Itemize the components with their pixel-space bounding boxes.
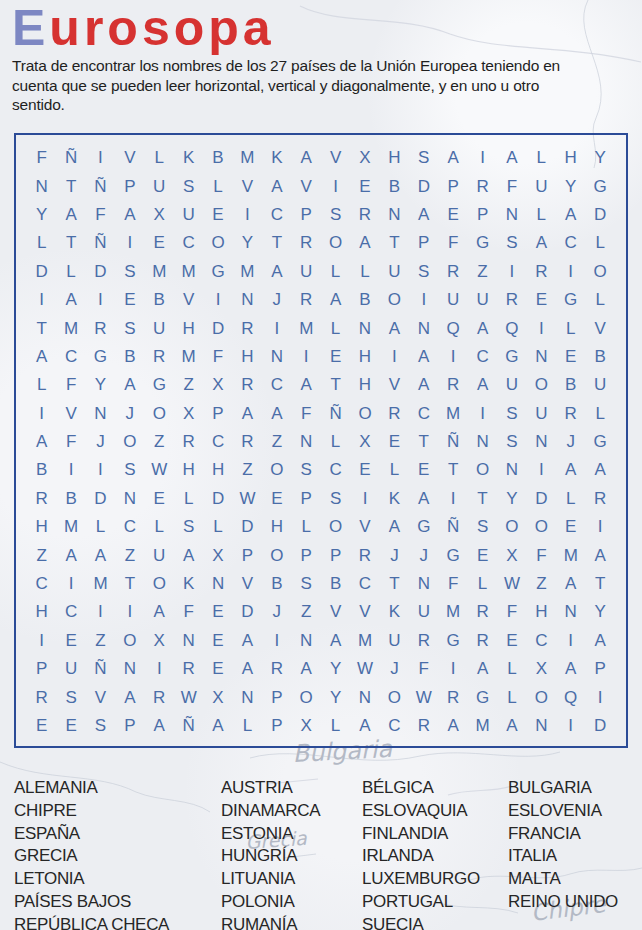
- grid-cell[interactable]: Y: [585, 144, 614, 172]
- grid-cell[interactable]: E: [145, 485, 174, 513]
- grid-cell[interactable]: S: [174, 513, 203, 541]
- grid-cell[interactable]: B: [380, 172, 409, 200]
- grid-cell[interactable]: U: [145, 314, 174, 342]
- grid-cell[interactable]: P: [585, 655, 614, 683]
- grid-cell[interactable]: B: [321, 570, 350, 598]
- grid-cell[interactable]: A: [468, 655, 497, 683]
- grid-cell[interactable]: R: [174, 655, 203, 683]
- grid-cell[interactable]: M: [174, 343, 203, 371]
- grid-cell[interactable]: S: [86, 712, 115, 740]
- grid-cell[interactable]: E: [203, 598, 232, 626]
- grid-cell[interactable]: H: [233, 343, 262, 371]
- grid-cell[interactable]: M: [86, 570, 115, 598]
- grid-cell[interactable]: I: [86, 598, 115, 626]
- grid-cell[interactable]: R: [409, 712, 438, 740]
- grid-cell[interactable]: H: [527, 598, 556, 626]
- grid-cell[interactable]: O: [527, 371, 556, 399]
- grid-cell[interactable]: Z: [115, 541, 144, 569]
- grid-cell[interactable]: A: [56, 286, 85, 314]
- grid-cell[interactable]: A: [380, 314, 409, 342]
- grid-cell[interactable]: H: [556, 144, 585, 172]
- grid-cell[interactable]: X: [203, 683, 232, 711]
- grid-cell[interactable]: J: [262, 598, 291, 626]
- grid-cell[interactable]: N: [468, 428, 497, 456]
- grid-cell[interactable]: R: [556, 400, 585, 428]
- grid-cell[interactable]: A: [468, 371, 497, 399]
- grid-cell[interactable]: A: [438, 712, 467, 740]
- grid-cell[interactable]: S: [497, 428, 526, 456]
- grid-cell[interactable]: W: [409, 683, 438, 711]
- grid-cell[interactable]: R: [438, 258, 467, 286]
- grid-cell[interactable]: R: [233, 314, 262, 342]
- grid-cell[interactable]: O: [292, 683, 321, 711]
- grid-cell[interactable]: W: [350, 655, 379, 683]
- grid-cell[interactable]: C: [56, 343, 85, 371]
- grid-cell[interactable]: L: [527, 144, 556, 172]
- grid-cell[interactable]: I: [556, 258, 585, 286]
- grid-cell[interactable]: N: [262, 343, 291, 371]
- grid-cell[interactable]: R: [27, 485, 56, 513]
- grid-cell[interactable]: A: [409, 201, 438, 229]
- grid-cell[interactable]: M: [233, 144, 262, 172]
- grid-cell[interactable]: N: [527, 712, 556, 740]
- grid-cell[interactable]: Y: [233, 229, 262, 257]
- grid-cell[interactable]: E: [321, 343, 350, 371]
- grid-cell[interactable]: C: [527, 627, 556, 655]
- grid-cell[interactable]: R: [468, 598, 497, 626]
- grid-cell[interactable]: L: [321, 258, 350, 286]
- grid-cell[interactable]: U: [409, 598, 438, 626]
- grid-cell[interactable]: Q: [497, 314, 526, 342]
- grid-cell[interactable]: G: [585, 172, 614, 200]
- grid-cell[interactable]: L: [497, 655, 526, 683]
- grid-cell[interactable]: N: [556, 598, 585, 626]
- grid-cell[interactable]: P: [27, 655, 56, 683]
- grid-cell[interactable]: A: [527, 229, 556, 257]
- grid-cell[interactable]: W: [497, 570, 526, 598]
- grid-cell[interactable]: T: [380, 229, 409, 257]
- grid-cell[interactable]: E: [497, 627, 526, 655]
- grid-cell[interactable]: L: [233, 712, 262, 740]
- grid-cell[interactable]: I: [350, 485, 379, 513]
- grid-cell[interactable]: O: [497, 513, 526, 541]
- grid-cell[interactable]: A: [174, 541, 203, 569]
- grid-cell[interactable]: L: [468, 570, 497, 598]
- grid-cell[interactable]: J: [86, 428, 115, 456]
- grid-cell[interactable]: J: [380, 541, 409, 569]
- grid-cell[interactable]: T: [115, 570, 144, 598]
- grid-cell[interactable]: I: [56, 570, 85, 598]
- grid-cell[interactable]: I: [438, 655, 467, 683]
- grid-cell[interactable]: I: [527, 456, 556, 484]
- grid-cell[interactable]: N: [350, 314, 379, 342]
- grid-cell[interactable]: I: [556, 627, 585, 655]
- grid-cell[interactable]: P: [292, 541, 321, 569]
- grid-cell[interactable]: G: [203, 258, 232, 286]
- grid-cell[interactable]: R: [292, 229, 321, 257]
- grid-cell[interactable]: R: [233, 428, 262, 456]
- grid-cell[interactable]: Y: [321, 655, 350, 683]
- grid-cell[interactable]: S: [409, 144, 438, 172]
- grid-cell[interactable]: F: [497, 598, 526, 626]
- grid-cell[interactable]: E: [262, 485, 291, 513]
- grid-cell[interactable]: S: [115, 258, 144, 286]
- grid-cell[interactable]: V: [292, 172, 321, 200]
- grid-cell[interactable]: N: [409, 314, 438, 342]
- grid-cell[interactable]: I: [86, 286, 115, 314]
- grid-cell[interactable]: Ñ: [86, 172, 115, 200]
- grid-cell[interactable]: N: [292, 428, 321, 456]
- grid-cell[interactable]: B: [56, 485, 85, 513]
- grid-cell[interactable]: V: [321, 144, 350, 172]
- grid-cell[interactable]: Z: [174, 371, 203, 399]
- grid-cell[interactable]: E: [203, 201, 232, 229]
- grid-cell[interactable]: I: [203, 286, 232, 314]
- grid-cell[interactable]: N: [174, 627, 203, 655]
- grid-cell[interactable]: B: [115, 343, 144, 371]
- grid-cell[interactable]: L: [321, 428, 350, 456]
- grid-cell[interactable]: L: [203, 172, 232, 200]
- grid-cell[interactable]: E: [350, 456, 379, 484]
- grid-cell[interactable]: A: [409, 485, 438, 513]
- grid-cell[interactable]: D: [203, 485, 232, 513]
- grid-cell[interactable]: F: [292, 400, 321, 428]
- grid-cell[interactable]: Y: [585, 598, 614, 626]
- grid-cell[interactable]: C: [27, 570, 56, 598]
- grid-cell[interactable]: A: [409, 343, 438, 371]
- grid-cell[interactable]: T: [56, 172, 85, 200]
- grid-cell[interactable]: P: [321, 541, 350, 569]
- grid-cell[interactable]: F: [527, 541, 556, 569]
- grid-cell[interactable]: A: [292, 371, 321, 399]
- grid-cell[interactable]: A: [262, 400, 291, 428]
- grid-cell[interactable]: O: [115, 428, 144, 456]
- grid-cell[interactable]: O: [527, 513, 556, 541]
- grid-cell[interactable]: X: [350, 144, 379, 172]
- grid-cell[interactable]: D: [203, 314, 232, 342]
- grid-cell[interactable]: F: [438, 229, 467, 257]
- grid-cell[interactable]: Ñ: [86, 655, 115, 683]
- grid-cell[interactable]: R: [233, 371, 262, 399]
- grid-cell[interactable]: B: [350, 286, 379, 314]
- grid-cell[interactable]: A: [556, 570, 585, 598]
- grid-cell[interactable]: E: [56, 627, 85, 655]
- grid-cell[interactable]: E: [409, 456, 438, 484]
- grid-cell[interactable]: C: [174, 229, 203, 257]
- grid-cell[interactable]: P: [203, 400, 232, 428]
- grid-cell[interactable]: R: [409, 627, 438, 655]
- grid-cell[interactable]: X: [350, 428, 379, 456]
- grid-cell[interactable]: E: [556, 343, 585, 371]
- grid-cell[interactable]: A: [115, 371, 144, 399]
- grid-cell[interactable]: F: [203, 343, 232, 371]
- grid-cell[interactable]: S: [497, 229, 526, 257]
- grid-cell[interactable]: O: [262, 541, 291, 569]
- grid-cell[interactable]: L: [585, 400, 614, 428]
- grid-cell[interactable]: B: [27, 456, 56, 484]
- grid-cell[interactable]: A: [115, 201, 144, 229]
- grid-cell[interactable]: R: [438, 683, 467, 711]
- grid-cell[interactable]: I: [233, 201, 262, 229]
- grid-cell[interactable]: L: [527, 201, 556, 229]
- grid-cell[interactable]: Y: [556, 172, 585, 200]
- grid-cell[interactable]: E: [27, 712, 56, 740]
- grid-cell[interactable]: D: [86, 485, 115, 513]
- grid-cell[interactable]: X: [145, 627, 174, 655]
- grid-cell[interactable]: Q: [438, 314, 467, 342]
- grid-cell[interactable]: T: [438, 456, 467, 484]
- grid-cell[interactable]: D: [585, 201, 614, 229]
- grid-cell[interactable]: G: [86, 343, 115, 371]
- grid-cell[interactable]: F: [27, 144, 56, 172]
- grid-cell[interactable]: N: [86, 400, 115, 428]
- grid-cell[interactable]: G: [468, 683, 497, 711]
- grid-cell[interactable]: A: [292, 144, 321, 172]
- grid-cell[interactable]: M: [292, 314, 321, 342]
- grid-cell[interactable]: X: [203, 541, 232, 569]
- grid-cell[interactable]: O: [115, 627, 144, 655]
- grid-cell[interactable]: A: [86, 541, 115, 569]
- grid-cell[interactable]: M: [56, 314, 85, 342]
- grid-cell[interactable]: P: [262, 712, 291, 740]
- grid-cell[interactable]: V: [380, 371, 409, 399]
- grid-cell[interactable]: O: [262, 456, 291, 484]
- grid-cell[interactable]: L: [27, 229, 56, 257]
- grid-cell[interactable]: A: [292, 655, 321, 683]
- grid-cell[interactable]: S: [56, 683, 85, 711]
- grid-cell[interactable]: J: [380, 655, 409, 683]
- grid-cell[interactable]: U: [527, 400, 556, 428]
- grid-cell[interactable]: F: [174, 598, 203, 626]
- grid-cell[interactable]: L: [56, 258, 85, 286]
- grid-cell[interactable]: Ñ: [86, 229, 115, 257]
- grid-cell[interactable]: L: [321, 314, 350, 342]
- grid-cell[interactable]: L: [497, 683, 526, 711]
- grid-cell[interactable]: A: [585, 541, 614, 569]
- grid-cell[interactable]: H: [27, 598, 56, 626]
- grid-cell[interactable]: X: [145, 201, 174, 229]
- grid-cell[interactable]: L: [585, 229, 614, 257]
- grid-cell[interactable]: R: [468, 172, 497, 200]
- grid-cell[interactable]: U: [380, 258, 409, 286]
- grid-cell[interactable]: C: [115, 513, 144, 541]
- grid-cell[interactable]: N: [527, 428, 556, 456]
- grid-cell[interactable]: M: [438, 400, 467, 428]
- grid-cell[interactable]: N: [115, 655, 144, 683]
- grid-cell[interactable]: I: [115, 229, 144, 257]
- grid-cell[interactable]: C: [350, 570, 379, 598]
- grid-cell[interactable]: V: [585, 314, 614, 342]
- grid-cell[interactable]: A: [115, 683, 144, 711]
- grid-cell[interactable]: I: [409, 286, 438, 314]
- grid-cell[interactable]: A: [556, 655, 585, 683]
- grid-cell[interactable]: I: [585, 683, 614, 711]
- grid-cell[interactable]: P: [409, 229, 438, 257]
- grid-cell[interactable]: K: [262, 144, 291, 172]
- grid-cell[interactable]: V: [233, 172, 262, 200]
- grid-cell[interactable]: D: [233, 598, 262, 626]
- grid-cell[interactable]: I: [556, 712, 585, 740]
- grid-cell[interactable]: I: [27, 400, 56, 428]
- grid-cell[interactable]: P: [468, 201, 497, 229]
- grid-cell[interactable]: N: [292, 627, 321, 655]
- grid-cell[interactable]: U: [174, 201, 203, 229]
- grid-cell[interactable]: T: [409, 428, 438, 456]
- grid-cell[interactable]: U: [56, 655, 85, 683]
- grid-cell[interactable]: T: [56, 229, 85, 257]
- grid-cell[interactable]: Z: [468, 258, 497, 286]
- grid-cell[interactable]: S: [115, 314, 144, 342]
- grid-cell[interactable]: R: [145, 343, 174, 371]
- grid-cell[interactable]: A: [233, 400, 262, 428]
- grid-cell[interactable]: N: [380, 201, 409, 229]
- grid-cell[interactable]: L: [556, 314, 585, 342]
- grid-cell[interactable]: I: [468, 144, 497, 172]
- grid-cell[interactable]: C: [56, 598, 85, 626]
- grid-cell[interactable]: T: [585, 570, 614, 598]
- grid-cell[interactable]: D: [233, 513, 262, 541]
- grid-cell[interactable]: D: [527, 485, 556, 513]
- grid-cell[interactable]: F: [438, 570, 467, 598]
- grid-cell[interactable]: I: [86, 144, 115, 172]
- grid-cell[interactable]: A: [145, 598, 174, 626]
- grid-cell[interactable]: J: [556, 428, 585, 456]
- grid-cell[interactable]: Z: [145, 428, 174, 456]
- grid-cell[interactable]: A: [27, 428, 56, 456]
- grid-cell[interactable]: E: [350, 172, 379, 200]
- grid-cell[interactable]: Z: [233, 456, 262, 484]
- grid-cell[interactable]: Z: [292, 598, 321, 626]
- grid-cell[interactable]: E: [556, 513, 585, 541]
- grid-cell[interactable]: V: [56, 400, 85, 428]
- grid-cell[interactable]: P: [292, 485, 321, 513]
- grid-cell[interactable]: I: [27, 286, 56, 314]
- grid-cell[interactable]: G: [497, 343, 526, 371]
- grid-cell[interactable]: S: [292, 570, 321, 598]
- grid-cell[interactable]: O: [145, 400, 174, 428]
- grid-cell[interactable]: H: [174, 314, 203, 342]
- grid-cell[interactable]: K: [174, 570, 203, 598]
- grid-cell[interactable]: A: [321, 627, 350, 655]
- grid-cell[interactable]: A: [233, 627, 262, 655]
- grid-cell[interactable]: R: [350, 541, 379, 569]
- grid-cell[interactable]: M: [56, 513, 85, 541]
- grid-cell[interactable]: A: [585, 627, 614, 655]
- grid-cell[interactable]: Ñ: [438, 513, 467, 541]
- grid-cell[interactable]: I: [56, 456, 85, 484]
- grid-cell[interactable]: S: [115, 456, 144, 484]
- grid-cell[interactable]: N: [203, 570, 232, 598]
- grid-cell[interactable]: I: [262, 627, 291, 655]
- grid-cell[interactable]: G: [556, 286, 585, 314]
- grid-cell[interactable]: E: [145, 229, 174, 257]
- grid-cell[interactable]: H: [203, 456, 232, 484]
- grid-cell[interactable]: A: [145, 712, 174, 740]
- grid-cell[interactable]: U: [468, 286, 497, 314]
- grid-cell[interactable]: Y: [497, 485, 526, 513]
- grid-cell[interactable]: O: [321, 229, 350, 257]
- grid-cell[interactable]: V: [115, 144, 144, 172]
- grid-cell[interactable]: X: [527, 655, 556, 683]
- grid-cell[interactable]: V: [86, 683, 115, 711]
- grid-cell[interactable]: T: [27, 314, 56, 342]
- grid-cell[interactable]: L: [350, 258, 379, 286]
- grid-cell[interactable]: R: [27, 683, 56, 711]
- grid-cell[interactable]: B: [145, 286, 174, 314]
- grid-cell[interactable]: L: [321, 712, 350, 740]
- grid-cell[interactable]: C: [380, 712, 409, 740]
- grid-cell[interactable]: E: [438, 201, 467, 229]
- grid-cell[interactable]: O: [203, 229, 232, 257]
- grid-cell[interactable]: G: [145, 371, 174, 399]
- grid-cell[interactable]: L: [292, 513, 321, 541]
- grid-cell[interactable]: L: [86, 513, 115, 541]
- grid-cell[interactable]: L: [585, 286, 614, 314]
- grid-cell[interactable]: C: [262, 371, 291, 399]
- grid-cell[interactable]: U: [380, 627, 409, 655]
- grid-cell[interactable]: A: [56, 541, 85, 569]
- grid-cell[interactable]: Ñ: [56, 144, 85, 172]
- grid-cell[interactable]: O: [350, 400, 379, 428]
- grid-cell[interactable]: L: [145, 144, 174, 172]
- grid-cell[interactable]: R: [174, 428, 203, 456]
- grid-cell[interactable]: R: [145, 683, 174, 711]
- grid-cell[interactable]: H: [350, 343, 379, 371]
- grid-cell[interactable]: R: [380, 400, 409, 428]
- grid-cell[interactable]: E: [527, 286, 556, 314]
- grid-cell[interactable]: A: [203, 712, 232, 740]
- grid-cell[interactable]: W: [233, 485, 262, 513]
- grid-cell[interactable]: U: [497, 371, 526, 399]
- grid-cell[interactable]: G: [468, 229, 497, 257]
- grid-cell[interactable]: A: [585, 456, 614, 484]
- grid-cell[interactable]: I: [321, 172, 350, 200]
- grid-cell[interactable]: D: [86, 258, 115, 286]
- grid-cell[interactable]: N: [409, 570, 438, 598]
- grid-cell[interactable]: V: [350, 598, 379, 626]
- grid-cell[interactable]: O: [585, 258, 614, 286]
- grid-cell[interactable]: I: [145, 655, 174, 683]
- grid-cell[interactable]: Z: [262, 428, 291, 456]
- grid-cell[interactable]: B: [203, 144, 232, 172]
- grid-cell[interactable]: H: [350, 371, 379, 399]
- grid-cell[interactable]: U: [585, 371, 614, 399]
- grid-cell[interactable]: G: [585, 428, 614, 456]
- grid-cell[interactable]: D: [409, 172, 438, 200]
- grid-cell[interactable]: N: [233, 683, 262, 711]
- grid-cell[interactable]: A: [497, 712, 526, 740]
- grid-cell[interactable]: B: [585, 343, 614, 371]
- grid-cell[interactable]: A: [350, 712, 379, 740]
- grid-cell[interactable]: P: [233, 541, 262, 569]
- grid-cell[interactable]: M: [145, 258, 174, 286]
- grid-cell[interactable]: C: [262, 201, 291, 229]
- grid-cell[interactable]: E: [56, 712, 85, 740]
- grid-cell[interactable]: A: [27, 343, 56, 371]
- grid-cell[interactable]: I: [262, 314, 291, 342]
- grid-cell[interactable]: A: [56, 201, 85, 229]
- grid-cell[interactable]: S: [497, 400, 526, 428]
- grid-cell[interactable]: M: [174, 258, 203, 286]
- grid-cell[interactable]: I: [497, 258, 526, 286]
- grid-cell[interactable]: R: [292, 286, 321, 314]
- grid-cell[interactable]: B: [556, 371, 585, 399]
- grid-cell[interactable]: C: [468, 343, 497, 371]
- grid-cell[interactable]: I: [27, 627, 56, 655]
- grid-cell[interactable]: N: [497, 456, 526, 484]
- grid-cell[interactable]: P: [115, 712, 144, 740]
- grid-cell[interactable]: Z: [527, 570, 556, 598]
